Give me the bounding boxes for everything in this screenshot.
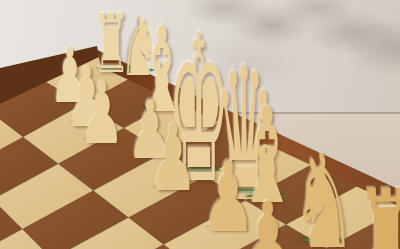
piece-white-pawn-b2: ♟ [239, 188, 297, 249]
piece-white-pawn-d2: ♟ [148, 114, 197, 206]
piece-white-pawn-f2: ♟ [80, 71, 125, 157]
piece-white-rook-a1: ♜ [356, 175, 400, 249]
piece-white-knight-b1: ♞ [292, 137, 357, 249]
chess-photo-scene: ♜♞♝♚♛♝♞♜♟♟♟♟♟♟♟ [0, 0, 400, 249]
